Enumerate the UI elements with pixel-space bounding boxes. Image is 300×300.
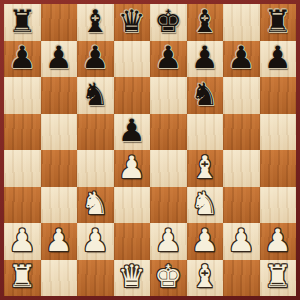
black-pawn: ♟ [264,42,292,73]
square-g1[interactable] [223,260,260,297]
square-a8[interactable]: ♜ [4,4,41,41]
square-b2[interactable]: ♟ [41,223,78,260]
square-c1[interactable] [77,260,114,297]
square-f4[interactable]: ♝ [187,150,224,187]
chess-board: ♜♝♛♚♝♜♟♟♟♟♟♟♟♞♞♟♟♝♞♞♟♟♟♟♟♟♟♜♛♚♝♜ [4,4,296,296]
square-g2[interactable]: ♟ [223,223,260,260]
white-pawn: ♟ [118,152,146,183]
white-pawn: ♟ [81,225,109,256]
white-pawn: ♟ [191,225,219,256]
square-e5[interactable] [150,114,187,151]
white-rook: ♜ [264,261,292,292]
square-h7[interactable]: ♟ [260,41,297,78]
square-d4[interactable]: ♟ [114,150,151,187]
black-rook: ♜ [8,6,36,37]
square-b8[interactable] [41,4,78,41]
square-a2[interactable]: ♟ [4,223,41,260]
black-pawn: ♟ [227,42,255,73]
white-pawn: ♟ [264,225,292,256]
square-e2[interactable]: ♟ [150,223,187,260]
square-f2[interactable]: ♟ [187,223,224,260]
square-h2[interactable]: ♟ [260,223,297,260]
white-knight: ♞ [191,188,219,219]
square-d8[interactable]: ♛ [114,4,151,41]
black-king: ♚ [154,6,182,37]
square-b4[interactable] [41,150,78,187]
square-d5[interactable]: ♟ [114,114,151,151]
square-b6[interactable] [41,77,78,114]
square-e7[interactable]: ♟ [150,41,187,78]
black-pawn: ♟ [191,42,219,73]
square-h6[interactable] [260,77,297,114]
black-pawn: ♟ [8,42,36,73]
square-h4[interactable] [260,150,297,187]
square-d1[interactable]: ♛ [114,260,151,297]
black-bishop: ♝ [191,6,219,37]
white-knight: ♞ [81,188,109,219]
square-e4[interactable] [150,150,187,187]
black-pawn: ♟ [81,42,109,73]
square-e8[interactable]: ♚ [150,4,187,41]
white-bishop: ♝ [191,261,219,292]
white-pawn: ♟ [8,225,36,256]
white-king: ♚ [154,261,182,292]
square-c4[interactable] [77,150,114,187]
square-a7[interactable]: ♟ [4,41,41,78]
square-d6[interactable] [114,77,151,114]
black-pawn: ♟ [118,115,146,146]
square-e1[interactable]: ♚ [150,260,187,297]
white-bishop: ♝ [191,152,219,183]
black-pawn: ♟ [154,42,182,73]
square-b7[interactable]: ♟ [41,41,78,78]
square-c6[interactable]: ♞ [77,77,114,114]
square-h1[interactable]: ♜ [260,260,297,297]
black-knight: ♞ [191,79,219,110]
square-e3[interactable] [150,187,187,224]
square-g3[interactable] [223,187,260,224]
black-rook: ♜ [264,6,292,37]
square-b3[interactable] [41,187,78,224]
black-bishop: ♝ [81,6,109,37]
square-h3[interactable] [260,187,297,224]
square-g4[interactable] [223,150,260,187]
square-g5[interactable] [223,114,260,151]
white-pawn: ♟ [154,225,182,256]
square-a3[interactable] [4,187,41,224]
square-a5[interactable] [4,114,41,151]
square-f3[interactable]: ♞ [187,187,224,224]
square-d2[interactable] [114,223,151,260]
square-c8[interactable]: ♝ [77,4,114,41]
black-pawn: ♟ [45,42,73,73]
square-a1[interactable]: ♜ [4,260,41,297]
square-a6[interactable] [4,77,41,114]
square-e6[interactable] [150,77,187,114]
square-f6[interactable]: ♞ [187,77,224,114]
square-c7[interactable]: ♟ [77,41,114,78]
square-d3[interactable] [114,187,151,224]
square-g8[interactable] [223,4,260,41]
square-h5[interactable] [260,114,297,151]
square-f7[interactable]: ♟ [187,41,224,78]
white-pawn: ♟ [45,225,73,256]
white-queen: ♛ [118,261,146,292]
square-f5[interactable] [187,114,224,151]
white-rook: ♜ [8,261,36,292]
square-a4[interactable] [4,150,41,187]
square-c3[interactable]: ♞ [77,187,114,224]
square-b1[interactable] [41,260,78,297]
square-g7[interactable]: ♟ [223,41,260,78]
square-d7[interactable] [114,41,151,78]
white-pawn: ♟ [227,225,255,256]
black-knight: ♞ [81,79,109,110]
square-c5[interactable] [77,114,114,151]
square-b5[interactable] [41,114,78,151]
black-queen: ♛ [118,6,146,37]
square-h8[interactable]: ♜ [260,4,297,41]
square-g6[interactable] [223,77,260,114]
board-frame: ♜♝♛♚♝♜♟♟♟♟♟♟♟♞♞♟♟♝♞♞♟♟♟♟♟♟♟♜♛♚♝♜ [0,0,300,300]
square-f1[interactable]: ♝ [187,260,224,297]
square-c2[interactable]: ♟ [77,223,114,260]
square-f8[interactable]: ♝ [187,4,224,41]
